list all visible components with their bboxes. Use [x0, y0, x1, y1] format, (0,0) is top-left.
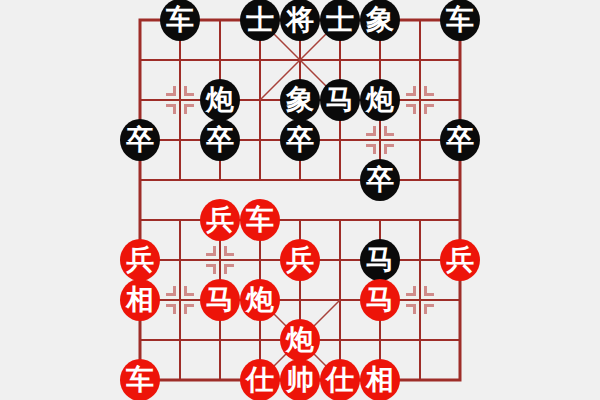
black-soldier-cell: 卒 — [280, 120, 320, 160]
black-soldier-cell: 卒 — [200, 120, 240, 160]
black-horse-cell: 马 — [360, 240, 400, 280]
black-soldier[interactable]: 卒 — [280, 119, 320, 161]
red-horse-cell: 马 — [360, 280, 400, 320]
red-chariot-cell: 车 — [120, 360, 160, 400]
black-elephant[interactable]: 象 — [280, 79, 320, 121]
black-elephant[interactable]: 象 — [360, 0, 400, 41]
red-soldier[interactable]: 兵 — [120, 239, 160, 281]
red-advisor-cell: 仕 — [320, 360, 360, 400]
red-advisor-cell: 仕 — [240, 360, 280, 400]
black-horse[interactable]: 马 — [360, 239, 400, 281]
red-soldier-cell: 兵 — [440, 240, 480, 280]
xiangqi-board[interactable]: 车士将士象车炮象马炮卒卒卒卒卒马兵车兵兵兵相马炮马炮车仕帅仕相 — [0, 0, 600, 400]
red-horse-cell: 马 — [200, 280, 240, 320]
black-advisor[interactable]: 士 — [320, 0, 360, 41]
black-general-cell: 将 — [280, 0, 320, 40]
red-soldier-cell: 兵 — [200, 200, 240, 240]
black-chariot[interactable]: 车 — [160, 0, 200, 41]
red-soldier[interactable]: 兵 — [280, 239, 320, 281]
black-advisor[interactable]: 士 — [240, 0, 280, 41]
black-cannon[interactable]: 炮 — [360, 79, 400, 121]
piece-layer: 车士将士象车炮象马炮卒卒卒卒卒马兵车兵兵兵相马炮马炮车仕帅仕相 — [120, 0, 480, 400]
black-elephant-cell: 象 — [360, 0, 400, 40]
black-soldier-cell: 卒 — [120, 120, 160, 160]
red-elephant-cell: 相 — [120, 280, 160, 320]
black-general[interactable]: 将 — [280, 0, 320, 41]
red-soldier[interactable]: 兵 — [200, 199, 240, 241]
red-advisor[interactable]: 仕 — [240, 359, 280, 400]
black-soldier[interactable]: 卒 — [120, 119, 160, 161]
black-chariot[interactable]: 车 — [440, 0, 480, 41]
black-advisor-cell: 士 — [240, 0, 280, 40]
black-cannon-cell: 炮 — [200, 80, 240, 120]
black-cannon-cell: 炮 — [360, 80, 400, 120]
black-elephant-cell: 象 — [280, 80, 320, 120]
red-cannon[interactable]: 炮 — [280, 319, 320, 361]
black-soldier-cell: 卒 — [360, 160, 400, 200]
red-soldier-cell: 兵 — [280, 240, 320, 280]
red-general-cell: 帅 — [280, 360, 320, 400]
black-chariot-cell: 车 — [440, 0, 480, 40]
black-soldier[interactable]: 卒 — [360, 159, 400, 201]
red-elephant[interactable]: 相 — [120, 279, 160, 321]
black-cannon[interactable]: 炮 — [200, 79, 240, 121]
black-soldier-cell: 卒 — [440, 120, 480, 160]
red-cannon-cell: 炮 — [240, 280, 280, 320]
red-cannon[interactable]: 炮 — [240, 279, 280, 321]
black-horse[interactable]: 马 — [320, 79, 360, 121]
red-horse[interactable]: 马 — [360, 279, 400, 321]
black-advisor-cell: 士 — [320, 0, 360, 40]
red-soldier[interactable]: 兵 — [440, 239, 480, 281]
black-horse-cell: 马 — [320, 80, 360, 120]
red-soldier-cell: 兵 — [120, 240, 160, 280]
red-horse[interactable]: 马 — [200, 279, 240, 321]
red-cannon-cell: 炮 — [280, 320, 320, 360]
black-soldier[interactable]: 卒 — [200, 119, 240, 161]
red-chariot[interactable]: 车 — [240, 199, 280, 241]
black-soldier[interactable]: 卒 — [440, 119, 480, 161]
black-chariot-cell: 车 — [160, 0, 200, 40]
red-advisor[interactable]: 仕 — [320, 359, 360, 400]
red-elephant-cell: 相 — [360, 360, 400, 400]
red-general[interactable]: 帅 — [280, 359, 320, 400]
red-elephant[interactable]: 相 — [360, 359, 400, 400]
red-chariot-cell: 车 — [240, 200, 280, 240]
red-chariot[interactable]: 车 — [120, 359, 160, 400]
